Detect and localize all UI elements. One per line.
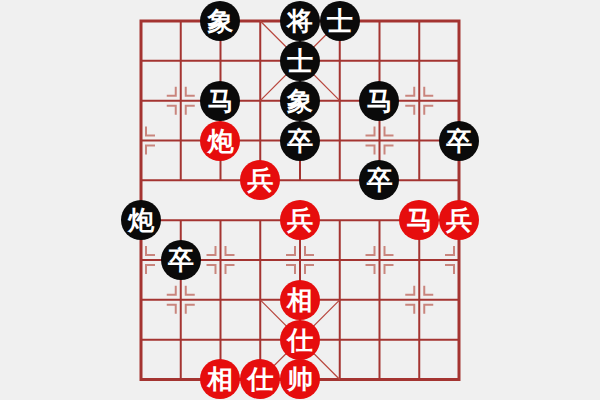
red-soldier[interactable]: 兵: [439, 200, 479, 240]
black-soldier[interactable]: 卒: [439, 121, 479, 161]
red-soldier[interactable]: 兵: [280, 200, 320, 240]
red-horse[interactable]: 马: [399, 200, 439, 240]
red-advisor[interactable]: 仕: [240, 359, 280, 399]
black-elephant[interactable]: 象: [280, 81, 320, 121]
board-intersections: 象将士士马象马卒卒卒炮卒炮兵兵马兵相仕相仕帅: [121, 1, 479, 399]
black-horse[interactable]: 马: [359, 81, 399, 121]
black-cannon[interactable]: 炮: [121, 200, 161, 240]
black-elephant[interactable]: 象: [200, 1, 240, 41]
red-elephant[interactable]: 相: [280, 280, 320, 320]
black-soldier[interactable]: 卒: [161, 240, 201, 280]
red-advisor[interactable]: 仕: [280, 320, 320, 360]
black-soldier[interactable]: 卒: [280, 121, 320, 161]
black-advisor[interactable]: 士: [320, 1, 360, 41]
black-general[interactable]: 将: [280, 1, 320, 41]
black-horse[interactable]: 马: [200, 81, 240, 121]
xiangqi-board: 象将士士马象马卒卒卒炮卒炮兵兵马兵相仕相仕帅: [0, 0, 600, 400]
red-cannon[interactable]: 炮: [200, 121, 240, 161]
black-soldier[interactable]: 卒: [359, 160, 399, 200]
red-general[interactable]: 帅: [280, 359, 320, 399]
black-advisor[interactable]: 士: [280, 41, 320, 81]
red-soldier[interactable]: 兵: [240, 160, 280, 200]
red-elephant[interactable]: 相: [200, 359, 240, 399]
